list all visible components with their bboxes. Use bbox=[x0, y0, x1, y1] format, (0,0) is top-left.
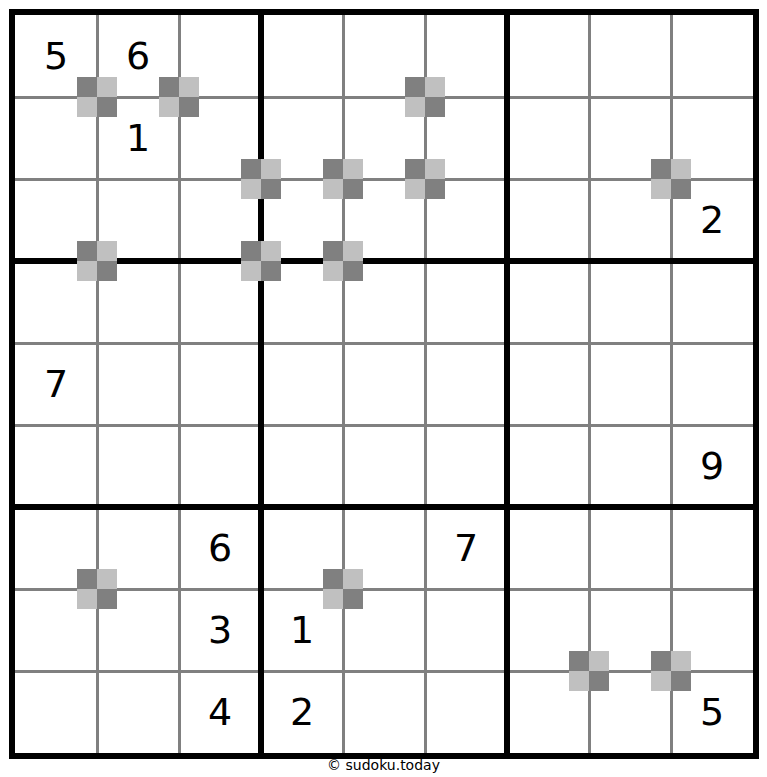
battenburg-mark bbox=[77, 241, 117, 281]
mark-quadrant-light bbox=[97, 569, 117, 589]
mark-quadrant-light bbox=[651, 179, 671, 199]
cell-r5c2[interactable] bbox=[97, 343, 179, 425]
mark-quadrant-light bbox=[261, 159, 281, 179]
mark-quadrant-light bbox=[159, 97, 179, 117]
cell-r6c9[interactable]: 9 bbox=[671, 425, 753, 507]
mark-quadrant-dark bbox=[671, 671, 691, 691]
sudoku-board: 5612796731425 bbox=[9, 9, 759, 759]
mark-quadrant-dark bbox=[671, 179, 691, 199]
cell-r5c8[interactable] bbox=[589, 343, 671, 425]
cell-r2c7[interactable] bbox=[507, 97, 589, 179]
cell-r5c7[interactable] bbox=[507, 343, 589, 425]
cell-r6c6[interactable] bbox=[425, 425, 507, 507]
mark-quadrant-dark bbox=[323, 241, 343, 261]
cell-r5c4[interactable] bbox=[261, 343, 343, 425]
mark-quadrant-dark bbox=[97, 261, 117, 281]
mark-quadrant-dark bbox=[569, 651, 589, 671]
mark-quadrant-light bbox=[97, 241, 117, 261]
mark-quadrant-dark bbox=[425, 179, 445, 199]
mark-quadrant-light bbox=[425, 77, 445, 97]
cell-r5c9[interactable] bbox=[671, 343, 753, 425]
mark-quadrant-light bbox=[405, 179, 425, 199]
cell-r9c3[interactable]: 4 bbox=[179, 671, 261, 753]
cell-r4c7[interactable] bbox=[507, 261, 589, 343]
mark-quadrant-light bbox=[323, 589, 343, 609]
cell-r5c3[interactable] bbox=[179, 343, 261, 425]
cell-r6c4[interactable] bbox=[261, 425, 343, 507]
mark-quadrant-light bbox=[569, 671, 589, 691]
battenburg-mark bbox=[651, 651, 691, 691]
mark-quadrant-light bbox=[77, 97, 97, 117]
cell-r4c9[interactable] bbox=[671, 261, 753, 343]
cell-r1c7[interactable] bbox=[507, 15, 589, 97]
mark-quadrant-dark bbox=[97, 589, 117, 609]
battenburg-mark bbox=[241, 241, 281, 281]
mark-quadrant-dark bbox=[179, 97, 199, 117]
cell-r6c2[interactable] bbox=[97, 425, 179, 507]
cell-r4c8[interactable] bbox=[589, 261, 671, 343]
mark-quadrant-light bbox=[241, 179, 261, 199]
mark-quadrant-light bbox=[589, 651, 609, 671]
battenburg-mark bbox=[323, 241, 363, 281]
mark-quadrant-light bbox=[651, 671, 671, 691]
battenburg-mark bbox=[323, 569, 363, 609]
cell-r9c2[interactable] bbox=[97, 671, 179, 753]
mark-quadrant-light bbox=[241, 261, 261, 281]
mark-quadrant-dark bbox=[651, 651, 671, 671]
cell-r6c1[interactable] bbox=[15, 425, 97, 507]
battenburg-mark bbox=[323, 159, 363, 199]
cell-r9c6[interactable] bbox=[425, 671, 507, 753]
mark-quadrant-dark bbox=[651, 159, 671, 179]
mark-quadrant-dark bbox=[323, 159, 343, 179]
mark-quadrant-light bbox=[671, 159, 691, 179]
mark-quadrant-dark bbox=[77, 77, 97, 97]
battenburg-mark bbox=[77, 77, 117, 117]
cell-r6c8[interactable] bbox=[589, 425, 671, 507]
credit-text: © sudoku.today bbox=[0, 755, 767, 775]
cell-r5c6[interactable] bbox=[425, 343, 507, 425]
mark-quadrant-dark bbox=[261, 261, 281, 281]
mark-quadrant-dark bbox=[343, 589, 363, 609]
cell-r9c5[interactable] bbox=[343, 671, 425, 753]
battenburg-mark bbox=[159, 77, 199, 117]
cell-r6c7[interactable] bbox=[507, 425, 589, 507]
mark-quadrant-light bbox=[425, 159, 445, 179]
cell-r1c9[interactable] bbox=[671, 15, 753, 97]
cell-r8c3[interactable]: 3 bbox=[179, 589, 261, 671]
mark-quadrant-dark bbox=[343, 179, 363, 199]
mark-quadrant-dark bbox=[77, 569, 97, 589]
battenburg-mark bbox=[405, 77, 445, 117]
cell-r1c4[interactable] bbox=[261, 15, 343, 97]
mark-quadrant-dark bbox=[425, 97, 445, 117]
battenburg-mark bbox=[77, 569, 117, 609]
mark-quadrant-dark bbox=[77, 241, 97, 261]
cell-r6c3[interactable] bbox=[179, 425, 261, 507]
mark-quadrant-light bbox=[77, 589, 97, 609]
mark-quadrant-light bbox=[343, 159, 363, 179]
battenburg-mark bbox=[651, 159, 691, 199]
cell-r7c6[interactable]: 7 bbox=[425, 507, 507, 589]
cell-r5c5[interactable] bbox=[343, 343, 425, 425]
cell-r7c3[interactable]: 6 bbox=[179, 507, 261, 589]
mark-quadrant-light bbox=[671, 651, 691, 671]
cell-r7c9[interactable] bbox=[671, 507, 753, 589]
battenburg-mark bbox=[405, 159, 445, 199]
mark-quadrant-light bbox=[179, 77, 199, 97]
mark-quadrant-dark bbox=[323, 569, 343, 589]
mark-quadrant-dark bbox=[97, 97, 117, 117]
cell-r7c7[interactable] bbox=[507, 507, 589, 589]
mark-quadrant-dark bbox=[241, 241, 261, 261]
mark-quadrant-light bbox=[77, 261, 97, 281]
mark-quadrant-dark bbox=[589, 671, 609, 691]
cell-r1c8[interactable] bbox=[589, 15, 671, 97]
mark-quadrant-dark bbox=[343, 261, 363, 281]
cell-r3c7[interactable] bbox=[507, 179, 589, 261]
cell-r5c1[interactable]: 7 bbox=[15, 343, 97, 425]
mark-quadrant-light bbox=[343, 569, 363, 589]
cell-r8c6[interactable] bbox=[425, 589, 507, 671]
mark-quadrant-dark bbox=[159, 77, 179, 97]
cell-r6c5[interactable] bbox=[343, 425, 425, 507]
cell-r9c1[interactable] bbox=[15, 671, 97, 753]
cell-r7c8[interactable] bbox=[589, 507, 671, 589]
mark-quadrant-dark bbox=[241, 159, 261, 179]
cell-r9c4[interactable]: 2 bbox=[261, 671, 343, 753]
mark-quadrant-light bbox=[97, 77, 117, 97]
mark-quadrant-dark bbox=[405, 77, 425, 97]
mark-quadrant-dark bbox=[405, 159, 425, 179]
mark-quadrant-light bbox=[323, 179, 343, 199]
mark-quadrant-light bbox=[261, 241, 281, 261]
battenburg-mark bbox=[569, 651, 609, 691]
mark-quadrant-light bbox=[323, 261, 343, 281]
battenburg-mark bbox=[241, 159, 281, 199]
mark-quadrant-dark bbox=[261, 179, 281, 199]
mark-quadrant-light bbox=[405, 97, 425, 117]
cell-r4c6[interactable] bbox=[425, 261, 507, 343]
mark-quadrant-light bbox=[343, 241, 363, 261]
